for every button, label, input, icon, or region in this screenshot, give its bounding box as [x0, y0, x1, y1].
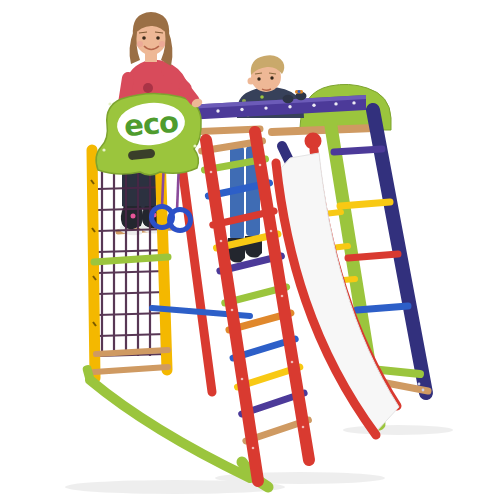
climbing-frame-scene: eco [0, 0, 500, 500]
product-photo: eco [0, 0, 500, 500]
wood-rung-1 [96, 350, 168, 354]
green-rung [94, 257, 168, 262]
eco-panel: eco [96, 93, 201, 175]
eco-logo-text: eco [123, 105, 180, 144]
top-wood-rung [272, 128, 374, 132]
